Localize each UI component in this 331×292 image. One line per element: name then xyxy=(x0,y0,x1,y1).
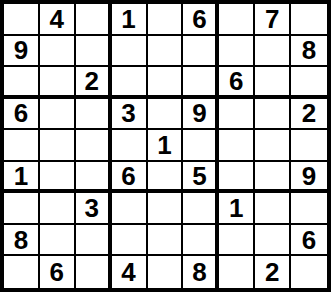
cell-r4c7[interactable] xyxy=(219,99,255,131)
cell-r4c3[interactable] xyxy=(76,99,112,131)
cell-r5c3[interactable] xyxy=(76,130,112,162)
cell-r4c8[interactable] xyxy=(255,99,291,131)
cell-r5c7[interactable] xyxy=(219,130,255,162)
cell-r3c2[interactable] xyxy=(40,67,76,99)
cell-r6c6: 5 xyxy=(183,162,219,194)
cell-r7c7: 1 xyxy=(219,193,255,225)
cell-r1c9[interactable] xyxy=(291,4,327,36)
cell-r9c9[interactable] xyxy=(291,256,327,288)
cell-r5c2[interactable] xyxy=(40,130,76,162)
cell-r6c2[interactable] xyxy=(40,162,76,194)
cell-r5c6[interactable] xyxy=(183,130,219,162)
cell-r1c7[interactable] xyxy=(219,4,255,36)
cell-r9c6: 8 xyxy=(183,256,219,288)
cell-r3c5[interactable] xyxy=(148,67,184,99)
cell-r7c3: 3 xyxy=(76,193,112,225)
cell-r2c5[interactable] xyxy=(148,36,184,68)
cell-r8c8[interactable] xyxy=(255,225,291,257)
cell-r5c1[interactable] xyxy=(4,130,40,162)
cell-r9c7[interactable] xyxy=(219,256,255,288)
cell-r9c2: 6 xyxy=(40,256,76,288)
cell-r6c4: 6 xyxy=(112,162,148,194)
cell-r8c4[interactable] xyxy=(112,225,148,257)
cell-r2c9: 8 xyxy=(291,36,327,68)
cell-r3c9[interactable] xyxy=(291,67,327,99)
cell-r3c6[interactable] xyxy=(183,67,219,99)
cell-r2c2[interactable] xyxy=(40,36,76,68)
cell-r1c6: 6 xyxy=(183,4,219,36)
cell-r1c1[interactable] xyxy=(4,4,40,36)
cell-r8c3[interactable] xyxy=(76,225,112,257)
cell-r6c7[interactable] xyxy=(219,162,255,194)
cell-r6c8[interactable] xyxy=(255,162,291,194)
cell-r1c2: 4 xyxy=(40,4,76,36)
cell-r6c5[interactable] xyxy=(148,162,184,194)
cell-r2c3[interactable] xyxy=(76,36,112,68)
cell-r6c1: 1 xyxy=(4,162,40,194)
cell-r7c6[interactable] xyxy=(183,193,219,225)
cell-r4c5[interactable] xyxy=(148,99,184,131)
cell-r5c8[interactable] xyxy=(255,130,291,162)
sudoku-board: 4167982663921165931866482 xyxy=(0,0,331,292)
cell-r2c1: 9 xyxy=(4,36,40,68)
cell-r9c4: 4 xyxy=(112,256,148,288)
cell-r8c7[interactable] xyxy=(219,225,255,257)
cell-r2c4[interactable] xyxy=(112,36,148,68)
cell-r4c1: 6 xyxy=(4,99,40,131)
cell-r7c8[interactable] xyxy=(255,193,291,225)
cell-r1c5[interactable] xyxy=(148,4,184,36)
cell-r7c5[interactable] xyxy=(148,193,184,225)
cell-r5c9[interactable] xyxy=(291,130,327,162)
cell-r9c8: 2 xyxy=(255,256,291,288)
cell-r8c5[interactable] xyxy=(148,225,184,257)
cell-r3c1[interactable] xyxy=(4,67,40,99)
cell-r2c8[interactable] xyxy=(255,36,291,68)
cell-r3c3: 2 xyxy=(76,67,112,99)
cell-r1c4: 1 xyxy=(112,4,148,36)
cell-r5c5: 1 xyxy=(148,130,184,162)
cell-r9c5[interactable] xyxy=(148,256,184,288)
cell-r8c6[interactable] xyxy=(183,225,219,257)
cell-r7c9[interactable] xyxy=(291,193,327,225)
cell-r3c4[interactable] xyxy=(112,67,148,99)
cell-r4c2[interactable] xyxy=(40,99,76,131)
cell-r6c3[interactable] xyxy=(76,162,112,194)
cell-r4c9: 2 xyxy=(291,99,327,131)
cell-r9c3[interactable] xyxy=(76,256,112,288)
cell-r2c6[interactable] xyxy=(183,36,219,68)
cell-r6c9: 9 xyxy=(291,162,327,194)
cell-r5c4[interactable] xyxy=(112,130,148,162)
cell-r4c4: 3 xyxy=(112,99,148,131)
cell-r7c2[interactable] xyxy=(40,193,76,225)
cell-r3c8[interactable] xyxy=(255,67,291,99)
cell-r8c2[interactable] xyxy=(40,225,76,257)
cell-r7c1[interactable] xyxy=(4,193,40,225)
cell-r7c4[interactable] xyxy=(112,193,148,225)
cell-r9c1[interactable] xyxy=(4,256,40,288)
cell-r1c8: 7 xyxy=(255,4,291,36)
cell-r8c9: 6 xyxy=(291,225,327,257)
cell-r3c7: 6 xyxy=(219,67,255,99)
cell-r1c3[interactable] xyxy=(76,4,112,36)
cell-r2c7[interactable] xyxy=(219,36,255,68)
cell-r4c6: 9 xyxy=(183,99,219,131)
cell-r8c1: 8 xyxy=(4,225,40,257)
